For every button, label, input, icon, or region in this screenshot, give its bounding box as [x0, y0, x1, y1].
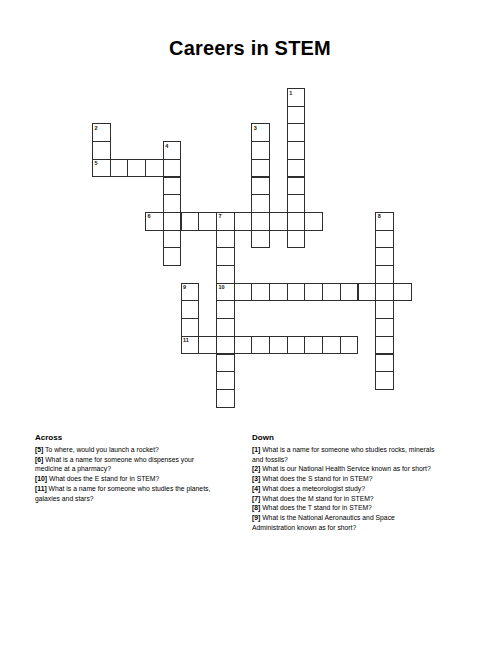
grid-cell-r13c7[interactable]	[216, 318, 235, 337]
grid-cell-r14c5[interactable]: 11	[181, 336, 200, 355]
grid-cell-r8c7[interactable]	[216, 230, 235, 249]
grid-cell-r6c4[interactable]	[163, 194, 182, 213]
grid-cell-r5c4[interactable]	[163, 177, 182, 196]
down-clue-7: [7] What does the M stand for in STEM?	[252, 494, 437, 504]
down-clue-4: [4] What does a meteorologist study?	[252, 484, 437, 494]
grid-cell-r4c4[interactable]	[163, 159, 182, 178]
grid-cell-r7c12[interactable]	[304, 212, 323, 231]
across-clue-text-10: What does the E stand for in STEM?	[47, 475, 159, 482]
grid-cell-r14c16[interactable]	[375, 336, 394, 355]
grid-cell-r3c11[interactable]	[287, 141, 306, 160]
grid-cell-r4c11[interactable]	[287, 159, 306, 178]
grid-cell-r7c10[interactable]	[269, 212, 288, 231]
cell-number-7: 7	[218, 213, 221, 219]
cell-number-2: 2	[95, 125, 98, 131]
grid-cell-r11c15[interactable]	[358, 283, 377, 302]
grid-cell-r4c3[interactable]	[145, 159, 164, 178]
grid-cell-r14c7[interactable]	[216, 336, 235, 355]
grid-cell-r11c8[interactable]	[234, 283, 253, 302]
across-clue-11: [11] What is a name for someone who stud…	[35, 484, 215, 503]
grid-cell-r14c11[interactable]	[287, 336, 306, 355]
across-clue-5: [5] To where, would you launch a rocket?	[35, 445, 215, 455]
down-clue-text-4: What does a meteorologist study?	[260, 485, 365, 492]
cell-number-8: 8	[378, 213, 381, 219]
grid-cell-r7c9[interactable]	[251, 212, 270, 231]
grid-cell-r9c7[interactable]	[216, 247, 235, 266]
cell-number-11: 11	[183, 337, 189, 343]
down-clue-2: [2] What is our National Health Service …	[252, 464, 437, 474]
grid-cell-r15c7[interactable]	[216, 354, 235, 373]
down-clue-9: [9] What is the National Aeronautics and…	[252, 513, 437, 532]
across-clue-number-11: [11]	[35, 485, 47, 492]
grid-cell-r2c0[interactable]: 2	[92, 123, 111, 142]
grid-cell-r4c0[interactable]: 5	[92, 159, 111, 178]
grid-cell-r14c9[interactable]	[251, 336, 270, 355]
grid-cell-r11c12[interactable]	[304, 283, 323, 302]
grid-cell-r7c5[interactable]	[181, 212, 200, 231]
grid-cell-r8c4[interactable]	[163, 230, 182, 249]
grid-cell-r11c13[interactable]	[322, 283, 341, 302]
across-clues-list: [5] To where, would you launch a rocket?…	[35, 445, 215, 503]
down-clue-text-8: What does the T stand for in STEM?	[260, 504, 372, 511]
cell-number-5: 5	[95, 160, 98, 166]
grid-cell-r11c10[interactable]	[269, 283, 288, 302]
cell-number-4: 4	[165, 143, 168, 149]
grid-cell-r10c7[interactable]	[216, 265, 235, 284]
grid-cell-r2c11[interactable]	[287, 123, 306, 142]
puzzle-title: Careers in STEM	[0, 37, 500, 60]
grid-cell-r0c11[interactable]: 1	[287, 88, 306, 107]
grid-cell-r15c16[interactable]	[375, 354, 394, 373]
grid-cell-r7c7[interactable]: 7	[216, 212, 235, 231]
grid-cell-r12c16[interactable]	[375, 300, 394, 319]
grid-cell-r7c3[interactable]: 6	[145, 212, 164, 231]
down-clue-8: [8] What does the T stand for in STEM?	[252, 503, 437, 513]
grid-cell-r7c6[interactable]	[198, 212, 217, 231]
grid-cell-r8c11[interactable]	[287, 230, 306, 249]
grid-cell-r11c7[interactable]: 10	[216, 283, 235, 302]
across-clues-column: Across [5] To where, would you launch a …	[35, 433, 215, 503]
grid-cell-r13c5[interactable]	[181, 318, 200, 337]
cell-number-6: 6	[148, 213, 151, 219]
grid-cell-r14c10[interactable]	[269, 336, 288, 355]
grid-cell-r7c11[interactable]	[287, 212, 306, 231]
grid-cell-r7c16[interactable]: 8	[375, 212, 394, 231]
across-clue-10: [10] What does the E stand for in STEM?	[35, 474, 215, 484]
across-clue-text-11: What is a name for someone who studies t…	[35, 485, 210, 502]
grid-cell-r6c9[interactable]	[251, 194, 270, 213]
down-clue-text-3: What does the S stand for in STEM?	[260, 475, 372, 482]
grid-cell-r14c14[interactable]	[340, 336, 359, 355]
puzzle-page: Careers in STEM 1234567891011 Across [5]…	[0, 0, 500, 647]
grid-cell-r2c9[interactable]: 3	[251, 123, 270, 142]
grid-cell-r11c11[interactable]	[287, 283, 306, 302]
grid-cell-r4c9[interactable]	[251, 159, 270, 178]
grid-cell-r1c11[interactable]	[287, 106, 306, 125]
grid-cell-r11c9[interactable]	[251, 283, 270, 302]
grid-cell-r14c8[interactable]	[234, 336, 253, 355]
across-clue-6: [6] What is a name for someone who dispe…	[35, 455, 215, 474]
grid-cell-r4c2[interactable]	[127, 159, 146, 178]
down-clue-text-7: What does the M stand for in STEM?	[260, 495, 373, 502]
grid-cell-r11c16[interactable]	[375, 283, 394, 302]
grid-cell-r8c16[interactable]	[375, 230, 394, 249]
grid-cell-r17c7[interactable]	[216, 389, 235, 408]
grid-cell-r13c16[interactable]	[375, 318, 394, 337]
grid-cell-r3c0[interactable]	[92, 141, 111, 160]
grid-cell-r12c7[interactable]	[216, 300, 235, 319]
grid-cell-r12c5[interactable]	[181, 300, 200, 319]
grid-cell-r6c11[interactable]	[287, 194, 306, 213]
grid-cell-r14c12[interactable]	[304, 336, 323, 355]
grid-cell-r16c16[interactable]	[375, 371, 394, 390]
down-clue-text-9: What is the National Aeronautics and Spa…	[252, 514, 395, 531]
grid-cell-r4c1[interactable]	[110, 159, 129, 178]
grid-cell-r5c11[interactable]	[287, 177, 306, 196]
across-clue-number-10: [10]	[35, 475, 47, 482]
down-header: Down	[252, 433, 437, 443]
across-clue-text-6: What is a name for someone who dispenses…	[35, 456, 194, 473]
down-clue-text-2: What is our National Health Service know…	[260, 465, 430, 472]
crossword-grid: 1234567891011	[92, 88, 413, 409]
grid-cell-r10c16[interactable]	[375, 265, 394, 284]
down-clues-list: [1] What is a name for someone who studi…	[252, 445, 437, 532]
grid-cell-r11c17[interactable]	[393, 283, 412, 302]
grid-cell-r11c5[interactable]: 9	[181, 283, 200, 302]
grid-cell-r8c9[interactable]	[251, 230, 270, 249]
cell-number-10: 10	[218, 284, 224, 290]
cell-number-3: 3	[254, 125, 257, 131]
grid-cell-r5c9[interactable]	[251, 177, 270, 196]
grid-cell-r16c7[interactable]	[216, 371, 235, 390]
grid-cell-r7c4[interactable]	[163, 212, 182, 231]
grid-cell-r9c16[interactable]	[375, 247, 394, 266]
down-clue-1: [1] What is a name for someone who studi…	[252, 445, 437, 464]
grid-cell-r3c4[interactable]: 4	[163, 141, 182, 160]
down-clues-column: Down [1] What is a name for someone who …	[252, 433, 437, 532]
cell-number-1: 1	[289, 90, 292, 96]
grid-cell-r14c13[interactable]	[322, 336, 341, 355]
across-header: Across	[35, 433, 215, 443]
down-clue-text-1: What is a name for someone who studies r…	[252, 446, 434, 463]
grid-cell-r7c8[interactable]	[234, 212, 253, 231]
down-clue-3: [3] What does the S stand for in STEM?	[252, 474, 437, 484]
grid-cell-r11c14[interactable]	[340, 283, 359, 302]
grid-cell-r9c4[interactable]	[163, 247, 182, 266]
grid-cell-r3c9[interactable]	[251, 141, 270, 160]
grid-cell-r14c6[interactable]	[198, 336, 217, 355]
across-clue-text-5: To where, would you launch a rocket?	[43, 446, 159, 453]
cell-number-9: 9	[183, 284, 186, 290]
